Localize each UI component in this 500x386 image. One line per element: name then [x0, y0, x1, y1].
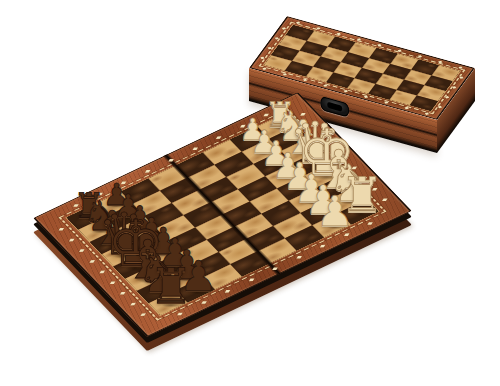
- piece-shadow: [187, 289, 210, 295]
- piece-shadow: [299, 161, 331, 169]
- piece-shadow: [256, 151, 274, 155]
- pieces-layer: ♜♞♝♛♚♝♞♜♟♟♟♟♟♟♟♟♟♟♟♟♟♟♟♟♜♞♝♛♚♝♞♜: [0, 0, 500, 386]
- piece-shadow: [130, 228, 148, 233]
- piece-shadow: [278, 176, 297, 181]
- piece-shadow: [336, 198, 364, 205]
- piece-shadow: [349, 211, 376, 218]
- piece-shadow: [79, 217, 98, 222]
- piece-shadow: [164, 265, 185, 270]
- piece-shadow: [100, 240, 125, 246]
- scene: ♜♞♝♛♚♝♞♜♟♟♟♟♟♟♟♟♟♟♟♟♟♟♟♟♜♞♝♛♚♝♞♜: [0, 0, 500, 386]
- piece-shadow: [158, 301, 185, 308]
- piece-shadow: [142, 240, 161, 245]
- piece-shadow: [309, 173, 344, 182]
- piece-shadow: [324, 186, 353, 193]
- piece-shadow: [145, 289, 173, 296]
- piece-shadow: [270, 126, 289, 131]
- piece-shadow: [90, 229, 112, 235]
- piece-shadow: [108, 204, 125, 208]
- piece-shadow: [267, 163, 285, 168]
- piece-shadow: [153, 253, 173, 258]
- piece-shadow: [176, 277, 198, 283]
- piece-shadow: [118, 264, 153, 273]
- piece-shadow: [133, 277, 162, 284]
- piece-shadow: [281, 138, 303, 144]
- piece-shadow: [323, 224, 346, 230]
- piece-shadow: [312, 212, 334, 218]
- piece-shadow: [108, 252, 140, 260]
- piece-shadow: [119, 216, 137, 220]
- piece-shadow: [244, 139, 261, 143]
- piece-shadow: [291, 150, 316, 156]
- piece-shadow: [289, 188, 309, 193]
- piece-shadow: [301, 200, 322, 205]
